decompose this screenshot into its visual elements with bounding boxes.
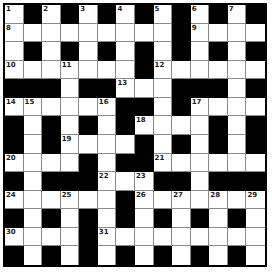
clue-number: 2 [43,5,48,13]
block-cell-r10c13 [228,172,247,191]
clue-number: 18 [136,116,146,124]
block-cell-r3c2 [24,42,43,61]
cell-r12c6[interactable] [98,209,117,228]
cell-r8c9[interactable] [154,135,173,154]
block-cell-r7c12 [209,116,228,135]
block-cell-r6c8 [135,98,154,117]
block-cell-r12c5 [79,209,98,228]
cell-r4c3[interactable] [42,61,61,80]
block-cell-r5c10 [172,79,191,98]
block-cell-r5c1 [5,79,24,98]
block-cell-r5c11 [191,79,210,98]
cell-r2c6[interactable] [98,24,117,43]
cell-r4c9[interactable]: 12 [154,61,173,80]
cell-r14c4[interactable] [61,246,80,265]
cell-r9c4[interactable] [61,154,80,173]
cell-r14c10[interactable] [172,246,191,265]
clue-number: 31 [99,228,109,236]
cell-r3c5[interactable] [79,42,98,61]
cell-r12c10[interactable] [172,209,191,228]
block-cell-r10c3 [42,172,61,191]
clue-number: 19 [62,135,72,143]
cell-r4c6[interactable] [98,61,117,80]
cell-r1c7[interactable]: 4 [116,5,135,24]
block-cell-r7c5 [79,116,98,135]
clue-number: 24 [6,191,16,199]
block-cell-r7c14 [246,116,265,135]
cell-r4c12[interactable] [209,61,228,80]
cell-r4c5[interactable] [79,61,98,80]
cell-r9c13[interactable] [228,154,247,173]
cell-r14c6[interactable] [98,246,117,265]
block-cell-r8c1 [5,135,24,154]
cell-r11c9[interactable] [154,191,173,210]
clue-number: 15 [25,98,35,106]
cell-r10c6[interactable]: 22 [98,172,117,191]
cell-r10c11[interactable] [191,172,210,191]
block-cell-r12c3 [42,209,61,228]
cell-r3c7[interactable] [116,42,135,61]
cell-r7c6[interactable] [98,116,117,135]
clue-number: 10 [6,61,16,69]
cell-r12c14[interactable] [246,209,265,228]
cell-r9c2[interactable] [24,154,43,173]
cell-r12c8[interactable] [135,209,154,228]
cell-r2c7[interactable] [116,24,135,43]
cell-r4c11[interactable] [191,61,210,80]
cell-r12c2[interactable] [24,209,43,228]
cell-r13c4[interactable] [61,228,80,247]
cell-r4c7[interactable] [116,61,135,80]
cell-r1c13[interactable]: 7 [228,5,247,24]
cell-r4c4[interactable]: 11 [61,61,80,80]
cell-r9c11[interactable] [191,154,210,173]
cell-r4c2[interactable] [24,61,43,80]
crossword-grid: 1234567891011121314151617181920212223242… [3,3,267,267]
block-cell-r14c13 [228,246,247,265]
block-cell-r3c14 [246,42,265,61]
clue-number: 16 [99,98,109,106]
cell-r10c7[interactable] [116,172,135,191]
block-cell-r5c2 [24,79,43,98]
cell-r11c12[interactable]: 28 [209,191,228,210]
block-cell-r5c14 [246,79,265,98]
clue-number: 6 [192,5,197,13]
cell-r2c4[interactable] [61,24,80,43]
clue-number: 27 [173,191,183,199]
cell-r2c5[interactable] [79,24,98,43]
cell-r7c4[interactable] [61,116,80,135]
block-cell-r10c1 [5,172,24,191]
cell-r13c10[interactable] [172,228,191,247]
clue-number: 8 [6,24,11,32]
block-cell-r12c7 [116,209,135,228]
block-cell-r14c5 [79,246,98,265]
cell-r4c13[interactable] [228,61,247,80]
block-cell-r9c8 [135,154,154,173]
cell-r11c3[interactable] [42,191,61,210]
cell-r8c6[interactable] [98,135,117,154]
cell-r8c13[interactable] [228,135,247,154]
cell-r11c10[interactable]: 27 [172,191,191,210]
cell-r9c6[interactable] [98,154,117,173]
block-cell-r10c9 [154,172,173,191]
block-cell-r2c10 [172,24,191,43]
cell-r9c14[interactable] [246,154,265,173]
clue-number: 7 [229,5,234,13]
cell-r14c14[interactable] [246,246,265,265]
cell-r7c11[interactable] [191,116,210,135]
block-cell-r10c12 [209,172,228,191]
clue-number: 4 [117,5,122,13]
cell-r12c12[interactable] [209,209,228,228]
cell-r6c1[interactable]: 14 [5,98,24,117]
block-cell-r8c3 [42,135,61,154]
clue-number: 23 [136,172,146,180]
cell-r1c9[interactable]: 5 [154,5,173,24]
block-cell-r3c12 [209,42,228,61]
cell-r3c1[interactable] [5,42,24,61]
cell-r8c4[interactable]: 19 [61,135,80,154]
cell-r3c11[interactable] [191,42,210,61]
block-cell-r3c8 [135,42,154,61]
block-cell-r5c5 [79,79,98,98]
cell-r13c3[interactable] [42,228,61,247]
block-cell-r1c2 [24,5,43,24]
block-cell-r1c14 [246,5,265,24]
block-cell-r11c7 [116,191,135,210]
cell-r4c1[interactable]: 10 [5,61,24,80]
cell-r6c2[interactable]: 15 [24,98,43,117]
block-cell-r1c4 [61,5,80,24]
block-cell-r5c12 [209,79,228,98]
block-cell-r1c8 [135,5,154,24]
block-cell-r3c4 [61,42,80,61]
cell-r13c8[interactable] [135,228,154,247]
cell-r11c5[interactable] [79,191,98,210]
block-cell-r14c11 [191,246,210,265]
cell-r11c14[interactable]: 29 [246,191,265,210]
cell-r13c13[interactable] [228,228,247,247]
cell-r8c2[interactable] [24,135,43,154]
block-cell-r9c7 [116,154,135,173]
clue-number: 26 [136,191,146,199]
block-cell-r8c12 [209,135,228,154]
clue-number: 5 [155,5,160,13]
clue-number: 21 [155,154,165,162]
block-cell-r10c5 [79,172,98,191]
cell-r5c13[interactable] [228,79,247,98]
clue-number: 13 [117,79,127,87]
cell-r2c11[interactable]: 9 [191,24,210,43]
cell-r2c3[interactable] [42,24,61,43]
cell-r2c13[interactable] [228,24,247,43]
clue-number: 3 [80,5,85,13]
block-cell-r10c4 [61,172,80,191]
block-cell-r9c5 [79,154,98,173]
cell-r9c12[interactable] [209,154,228,173]
cell-r6c4[interactable] [61,98,80,117]
cell-r8c11[interactable] [191,135,210,154]
clue-number: 9 [192,24,197,32]
block-cell-r12c9 [154,209,173,228]
cell-r7c2[interactable] [24,116,43,135]
cell-r4c10[interactable] [172,61,191,80]
cell-r6c3[interactable] [42,98,61,117]
cell-r8c7[interactable] [116,135,135,154]
cell-r5c9[interactable] [154,79,173,98]
cell-r7c10[interactable] [172,116,191,135]
cell-r9c3[interactable] [42,154,61,173]
cell-r9c10[interactable] [172,154,191,173]
clue-number: 29 [247,191,257,199]
cell-r6c13[interactable] [228,98,247,117]
cell-r6c5[interactable] [79,98,98,117]
block-cell-r7c1 [5,116,24,135]
block-cell-r8c10 [172,135,191,154]
block-cell-r14c1 [5,246,24,265]
clue-number: 28 [210,191,220,199]
cell-r13c1[interactable]: 30 [5,228,24,247]
block-cell-r12c11 [191,209,210,228]
block-cell-r3c6 [98,42,117,61]
cell-r7c13[interactable] [228,116,247,135]
cell-r1c3[interactable]: 2 [42,5,61,24]
clue-number: 22 [99,172,109,180]
cell-r13c2[interactable] [24,228,43,247]
block-cell-r1c6 [98,5,117,24]
block-cell-r6c7 [116,98,135,117]
cell-r12c4[interactable] [61,209,80,228]
block-cell-r14c9 [154,246,173,265]
cell-r4c14[interactable] [246,61,265,80]
clue-number: 14 [6,98,16,106]
cell-r14c12[interactable] [209,246,228,265]
cell-r2c1[interactable]: 8 [5,24,24,43]
cell-r5c4[interactable] [61,79,80,98]
cell-r14c8[interactable] [135,246,154,265]
block-cell-r14c7 [116,246,135,265]
cell-r13c9[interactable] [154,228,173,247]
clue-number: 17 [192,98,202,106]
cell-r2c9[interactable] [154,24,173,43]
cell-r13c7[interactable] [116,228,135,247]
cell-r11c1[interactable]: 24 [5,191,24,210]
block-cell-r14c3 [42,246,61,265]
cell-r1c1[interactable]: 1 [5,5,24,24]
block-cell-r4c8 [135,61,154,80]
cell-r11c6[interactable] [98,191,117,210]
clue-number: 30 [6,228,16,236]
cell-r3c3[interactable] [42,42,61,61]
cell-r11c8[interactable]: 26 [135,191,154,210]
clue-number: 11 [62,61,72,69]
cell-r2c12[interactable] [209,24,228,43]
cell-r13c6[interactable]: 31 [98,228,117,247]
cell-r6c12[interactable] [209,98,228,117]
cell-r8c5[interactable] [79,135,98,154]
cell-r13c12[interactable] [209,228,228,247]
block-cell-r5c3 [42,79,61,98]
block-cell-r1c12 [209,5,228,24]
block-cell-r10c14 [246,172,265,191]
cell-r5c7[interactable]: 13 [116,79,135,98]
cell-r10c2[interactable] [24,172,43,191]
block-cell-r12c1 [5,209,24,228]
cell-r10c8[interactable]: 23 [135,172,154,191]
cell-r3c9[interactable] [154,42,173,61]
cell-r2c8[interactable] [135,24,154,43]
cell-r6c11[interactable]: 17 [191,98,210,117]
block-cell-r7c7 [116,116,135,135]
cell-r11c11[interactable] [191,191,210,210]
block-cell-r3c10 [172,42,191,61]
cell-r7c8[interactable]: 18 [135,116,154,135]
cell-r2c2[interactable] [24,24,43,43]
cell-r2c14[interactable] [246,24,265,43]
block-cell-r10c10 [172,172,191,191]
block-cell-r7c3 [42,116,61,135]
cell-r9c1[interactable]: 20 [5,154,24,173]
clue-number: 1 [6,5,11,13]
clue-number: 25 [62,191,72,199]
cell-r13c14[interactable] [246,228,265,247]
cell-r5c8[interactable] [135,79,154,98]
cell-r13c11[interactable] [191,228,210,247]
cell-r9c9[interactable]: 21 [154,154,173,173]
block-cell-r8c14 [246,135,265,154]
block-cell-r12c13 [228,209,247,228]
block-cell-r13c5 [79,228,98,247]
cell-r6c6[interactable]: 16 [98,98,117,117]
cell-r3c13[interactable] [228,42,247,61]
cell-r11c13[interactable] [228,191,247,210]
block-cell-r1c10 [172,5,191,24]
block-cell-r5c6 [98,79,117,98]
block-cell-r8c8 [135,135,154,154]
cell-r1c11[interactable]: 6 [191,5,210,24]
clue-number: 20 [6,154,16,162]
cell-r1c5[interactable]: 3 [79,5,98,24]
cell-r7c9[interactable] [154,116,173,135]
cell-r6c9[interactable] [154,98,173,117]
cell-r14c2[interactable] [24,246,43,265]
cell-r6c14[interactable] [246,98,265,117]
cell-r11c4[interactable]: 25 [61,191,80,210]
block-cell-r6c10 [172,98,191,117]
clue-number: 12 [155,61,165,69]
cell-r11c2[interactable] [24,191,43,210]
